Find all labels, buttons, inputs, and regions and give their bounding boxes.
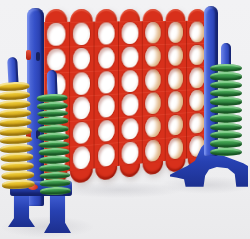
empty-hole <box>47 48 65 71</box>
empty-hole <box>73 23 91 45</box>
green-disc <box>37 101 68 110</box>
empty-hole <box>73 47 91 70</box>
empty-hole <box>145 22 161 43</box>
empty-hole <box>190 67 205 88</box>
board-cell-r4-c5 <box>142 91 165 116</box>
green-disc <box>210 123 242 131</box>
empty-hole <box>122 46 138 68</box>
board-cell-r3-c3 <box>94 70 118 96</box>
board-scallop <box>143 9 163 21</box>
board-cell-r2-c6 <box>164 44 186 68</box>
empty-hole <box>168 137 183 159</box>
yellow-disc <box>2 179 35 190</box>
board-cell-r3-c2 <box>69 71 94 97</box>
empty-hole <box>47 23 65 46</box>
board-cell-r6-c3 <box>94 142 118 169</box>
empty-hole <box>122 23 138 45</box>
empty-hole <box>122 118 138 141</box>
disc-pile <box>36 94 71 196</box>
floor-shadow <box>55 182 185 198</box>
board-scallop <box>70 9 92 22</box>
board-cell-r2-c3 <box>94 45 118 70</box>
board-scallop <box>120 9 141 21</box>
green-disc <box>210 114 242 122</box>
empty-hole <box>168 114 183 136</box>
board-cell-r3-c5 <box>142 68 165 93</box>
green-disc <box>39 163 70 172</box>
empty-hole <box>168 91 183 113</box>
board-cell-r2-c4 <box>118 45 141 70</box>
empty-hole <box>73 97 91 120</box>
empty-hole <box>190 45 205 66</box>
product-photo-giant-connect-four <box>0 0 250 239</box>
empty-hole <box>190 22 205 43</box>
green-disc <box>210 148 242 156</box>
green-disc <box>40 187 71 196</box>
empty-hole <box>145 139 161 162</box>
green-disc <box>38 132 69 141</box>
left-stand-foot <box>44 196 71 233</box>
board-cell-r5-c2 <box>69 120 94 147</box>
empty-hole <box>73 146 91 170</box>
green-disc <box>210 89 242 97</box>
empty-hole <box>98 71 115 93</box>
empty-hole <box>98 143 115 166</box>
green-disc <box>210 131 242 139</box>
empty-hole <box>122 141 138 164</box>
disc-stack-green-left <box>36 70 71 196</box>
empty-hole <box>122 70 138 92</box>
board-scallop <box>120 164 141 179</box>
green-disc <box>210 97 242 105</box>
disc-stack-green-right <box>210 43 242 156</box>
board-scallop <box>143 161 163 175</box>
board-scallop <box>95 166 117 181</box>
empty-hole <box>73 72 91 95</box>
board-cell-r4-c2 <box>69 95 94 121</box>
empty-hole <box>145 69 161 91</box>
empty-hole <box>98 47 115 69</box>
board-cell-r5-c5 <box>142 114 165 139</box>
board-cell-r1-c4 <box>118 21 141 45</box>
board-cell-r1-c2 <box>69 22 94 47</box>
board-cell-r6-c5 <box>142 138 165 164</box>
empty-hole <box>98 23 115 45</box>
empty-hole <box>190 90 205 111</box>
board-scallop <box>166 9 186 21</box>
empty-hole <box>145 116 161 138</box>
board-cell-r5-c3 <box>94 118 118 144</box>
empty-hole <box>73 121 91 144</box>
empty-hole <box>145 92 161 114</box>
empty-hole <box>145 46 161 67</box>
empty-hole <box>168 45 183 66</box>
empty-hole <box>168 68 183 89</box>
board-cell-r1-c1 <box>43 22 69 48</box>
board-cell-r1-c5 <box>142 21 165 45</box>
board-cell-r4-c3 <box>94 94 118 120</box>
board-cell-r3-c4 <box>118 69 141 94</box>
board-cell-r5-c4 <box>118 116 141 142</box>
empty-hole <box>98 119 115 142</box>
board-cell-r2-c2 <box>69 46 94 72</box>
board-cell-r1-c3 <box>94 21 118 46</box>
board-cell-r3-c6 <box>164 67 186 91</box>
empty-hole <box>168 22 183 43</box>
board-cell-r5-c6 <box>164 113 186 138</box>
green-disc <box>210 139 242 147</box>
post-slot <box>36 52 40 61</box>
board-scallop <box>44 9 67 22</box>
board-cell-r4-c6 <box>164 90 186 115</box>
green-disc <box>210 64 242 72</box>
green-disc <box>210 106 242 114</box>
green-disc <box>210 81 242 89</box>
board-scallop <box>70 169 92 184</box>
yellow-disc <box>0 126 32 137</box>
empty-hole <box>98 95 115 118</box>
board-cell-r2-c5 <box>142 44 165 68</box>
disc-pile <box>210 64 242 156</box>
yellow-disc <box>0 117 32 128</box>
disc-pile <box>0 81 35 190</box>
green-disc <box>210 72 242 80</box>
board-cell-r6-c4 <box>118 140 141 166</box>
empty-hole <box>122 94 138 116</box>
board-cell-r6-c6 <box>164 136 186 161</box>
empty-hole <box>190 113 205 135</box>
board-cell-r1-c6 <box>164 21 186 45</box>
board-cell-r6-c2 <box>69 144 94 171</box>
board-cell-r4-c4 <box>118 92 141 117</box>
board-scallop <box>95 9 117 22</box>
